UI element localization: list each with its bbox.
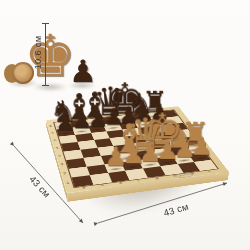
rank-label: 6 — [54, 140, 57, 142]
chess-piece-p: ♟ — [104, 144, 127, 170]
file-label: д — [155, 177, 159, 180]
product-photo: ♞♝♝♛♚♞♜♟♟♟♟♟♟♟♝♛♚♞♜♟♟♟♟♟♟ 87654321абвгде… — [0, 0, 250, 250]
board-square — [72, 175, 94, 187]
file-label: в — [119, 182, 123, 185]
pawn-piece: ♟ — [69, 56, 97, 87]
height-dimension-label: 10.6 см — [32, 28, 43, 78]
board-square — [108, 171, 130, 183]
file-label: г — [137, 180, 140, 183]
rank-label: 1 — [66, 182, 70, 185]
chess-board: ♞♝♝♛♚♞♜♟♟♟♟♟♟♟♝♛♚♞♜♟♟♟♟♟♟ 87654321абвгде… — [46, 106, 229, 193]
rank-label: 4 — [58, 155, 61, 158]
file-label: з — [207, 170, 211, 173]
size-reference-pieces: ♚ ♟ 10.6 см — [0, 0, 110, 100]
file-label: а — [82, 187, 86, 190]
rank-label: 5 — [56, 147, 59, 149]
height-dimension-line — [45, 23, 46, 86]
file-label: б — [101, 184, 105, 187]
rank-label: 2 — [63, 173, 66, 176]
rank-label: 7 — [51, 132, 54, 134]
rank-label: 8 — [49, 126, 52, 128]
rank-label: 3 — [61, 164, 64, 167]
chess-piece-p: ♟ — [56, 110, 77, 133]
